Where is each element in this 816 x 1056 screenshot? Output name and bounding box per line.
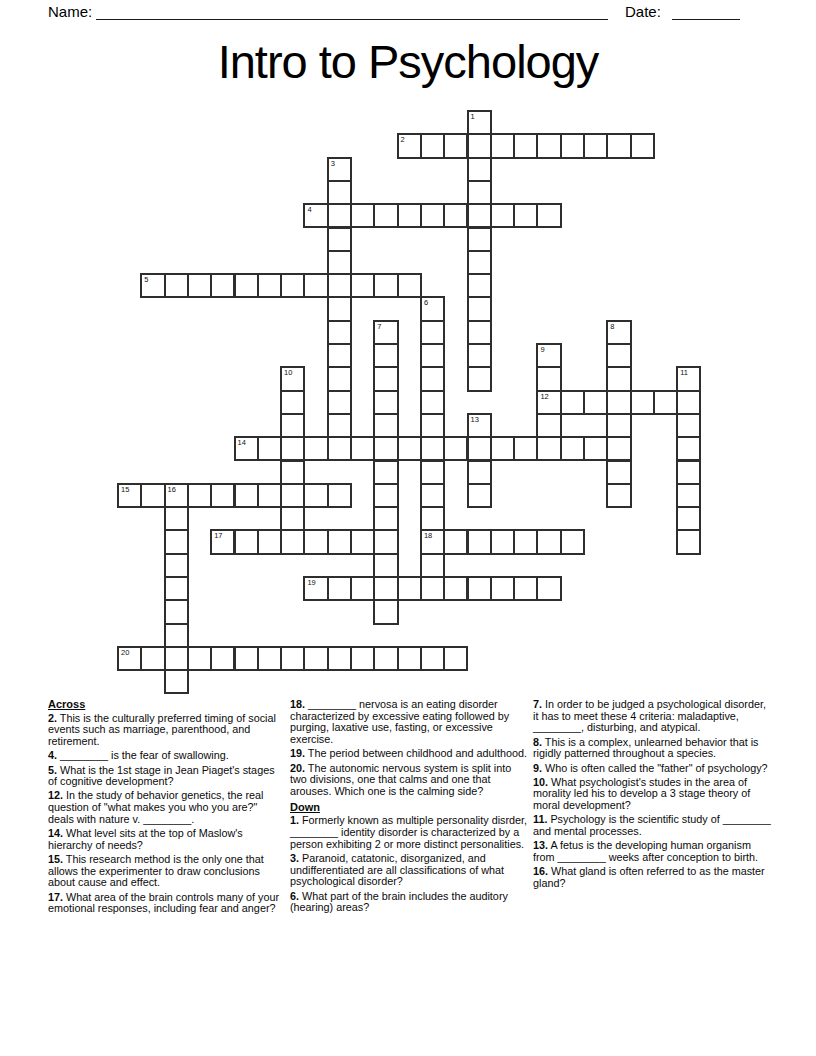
grid-cell-r20c12[interactable] bbox=[397, 576, 422, 601]
grid-cell-r13c11[interactable] bbox=[373, 413, 398, 438]
grid-cell-r18c19[interactable] bbox=[560, 529, 585, 554]
grid-cell-r6c15[interactable] bbox=[467, 250, 492, 275]
grid-cell-r20c17[interactable] bbox=[513, 576, 538, 601]
grid-cell-r20c15[interactable] bbox=[467, 576, 492, 601]
grid-cell-r18c11[interactable] bbox=[373, 529, 398, 554]
grid-cell-r11c21[interactable] bbox=[606, 366, 631, 391]
grid-cell-r18c2[interactable] bbox=[164, 529, 189, 554]
grid-cell-r23c4[interactable] bbox=[210, 646, 235, 671]
clue-down-9: 9. Who is often called the "father" of p… bbox=[533, 763, 771, 775]
grid-cell-r5c9[interactable] bbox=[327, 227, 352, 252]
grid-cell-r9c15[interactable] bbox=[467, 320, 492, 345]
cell-number-16: 16 bbox=[168, 485, 176, 494]
cell-number-18: 18 bbox=[424, 531, 432, 540]
clue-across-5: 5. What is the 1st stage in Jean Piaget'… bbox=[48, 765, 286, 788]
grid-cell-r15c21[interactable] bbox=[606, 460, 631, 485]
grid-cell-r14c10[interactable] bbox=[350, 436, 375, 461]
clue-across-12: 12. In the study of behavior genetics, t… bbox=[48, 790, 286, 825]
grid-cell-r18c5[interactable] bbox=[234, 529, 259, 554]
grid-cell-r18c10[interactable] bbox=[350, 529, 375, 554]
grid-cell-r17c7[interactable] bbox=[280, 506, 305, 531]
grid-cell-r10c21[interactable] bbox=[606, 343, 631, 368]
across-header: Across bbox=[48, 699, 286, 711]
grid-cell-r18c4[interactable]: 17 bbox=[210, 529, 235, 554]
date-blank-line[interactable] bbox=[672, 2, 740, 20]
cell-number-1: 1 bbox=[471, 112, 475, 121]
grid-cell-r13c13[interactable] bbox=[420, 413, 445, 438]
clue-across-19: 19. The period between childhood and adu… bbox=[290, 748, 528, 760]
grid-cell-r14c6[interactable] bbox=[257, 436, 282, 461]
grid-cell-r9c9[interactable] bbox=[327, 320, 352, 345]
grid-cell-r23c5[interactable] bbox=[234, 646, 259, 671]
grid-cell-r7c15[interactable] bbox=[467, 273, 492, 298]
grid-cell-r17c11[interactable] bbox=[373, 506, 398, 531]
grid-cell-r18c6[interactable] bbox=[257, 529, 282, 554]
grid-cell-r24c2[interactable] bbox=[164, 669, 189, 694]
date-label: Date: bbox=[625, 3, 661, 20]
clue-down-11: 11. Psychology is the scientific study o… bbox=[533, 814, 771, 837]
grid-cell-r23c9[interactable] bbox=[327, 646, 352, 671]
grid-cell-r19c2[interactable] bbox=[164, 553, 189, 578]
grid-cell-r4c8[interactable]: 4 bbox=[303, 203, 328, 228]
grid-cell-r23c1[interactable] bbox=[140, 646, 165, 671]
cell-number-19: 19 bbox=[307, 578, 315, 587]
grid-cell-r2c9[interactable]: 3 bbox=[327, 157, 352, 182]
clue-across-2: 2. This is the culturally preferred timi… bbox=[48, 713, 286, 748]
across-clues-part1: 2. This is the culturally preferred timi… bbox=[48, 713, 286, 915]
grid-cell-r1c16[interactable] bbox=[490, 133, 515, 158]
grid-cell-r15c13[interactable] bbox=[420, 460, 445, 485]
cell-number-6: 6 bbox=[424, 298, 428, 307]
grid-cell-r17c2[interactable] bbox=[164, 506, 189, 531]
grid-cell-r20c9[interactable] bbox=[327, 576, 352, 601]
grid-cell-r9c21[interactable]: 8 bbox=[606, 320, 631, 345]
grid-cell-r12c18[interactable]: 12 bbox=[536, 390, 561, 415]
grid-cell-r15c11[interactable] bbox=[373, 460, 398, 485]
page-title: Intro to Psychology bbox=[0, 34, 816, 89]
cell-number-4: 4 bbox=[307, 205, 311, 214]
grid-cell-r16c5[interactable] bbox=[234, 483, 259, 508]
grid-cell-r1c21[interactable] bbox=[606, 133, 631, 158]
grid-cell-r23c10[interactable] bbox=[350, 646, 375, 671]
clue-down-13: 13. A fetus is the developing human orga… bbox=[533, 840, 771, 863]
grid-cell-r23c6[interactable] bbox=[257, 646, 282, 671]
grid-cell-r16c7[interactable] bbox=[280, 483, 305, 508]
clue-across-20: 20. The autonomic nervous system is spli… bbox=[290, 763, 528, 798]
grid-cell-r4c9[interactable] bbox=[327, 203, 352, 228]
grid-cell-r23c11[interactable] bbox=[373, 646, 398, 671]
grid-cell-r10c15[interactable] bbox=[467, 343, 492, 368]
grid-cell-r8c13[interactable]: 6 bbox=[420, 296, 445, 321]
grid-cell-r16c21[interactable] bbox=[606, 483, 631, 508]
grid-cell-r8c15[interactable] bbox=[467, 296, 492, 321]
grid-cell-r11c15[interactable] bbox=[467, 366, 492, 391]
grid-cell-r14c18[interactable] bbox=[536, 436, 561, 461]
grid-cell-r14c17[interactable] bbox=[513, 436, 538, 461]
clue-across-14: 14. What level sits at the top of Maslow… bbox=[48, 828, 286, 851]
grid-cell-r23c13[interactable] bbox=[420, 646, 445, 671]
grid-cell-r1c13[interactable] bbox=[420, 133, 445, 158]
grid-cell-r7c3[interactable] bbox=[187, 273, 212, 298]
grid-cell-r10c13[interactable] bbox=[420, 343, 445, 368]
grid-cell-r4c12[interactable] bbox=[397, 203, 422, 228]
clue-down-7: 7. In order to be judged a psychological… bbox=[533, 699, 771, 734]
grid-cell-r12c13[interactable] bbox=[420, 390, 445, 415]
grid-cell-r12c20[interactable] bbox=[583, 390, 608, 415]
grid-cell-r9c13[interactable] bbox=[420, 320, 445, 345]
grid-cell-r17c13[interactable] bbox=[420, 506, 445, 531]
grid-cell-r15c15[interactable] bbox=[467, 460, 492, 485]
clue-across-4: 4. ________ is the fear of swallowing. bbox=[48, 750, 286, 762]
grid-cell-r18c16[interactable] bbox=[490, 529, 515, 554]
cell-number-8: 8 bbox=[610, 322, 614, 331]
cell-number-5: 5 bbox=[144, 275, 148, 284]
clue-down-8: 8. This is a complex, unlearned behavior… bbox=[533, 737, 771, 760]
grid-cell-r23c12[interactable] bbox=[397, 646, 422, 671]
grid-cell-r22c2[interactable] bbox=[164, 623, 189, 648]
grid-cell-r7c11[interactable] bbox=[373, 273, 398, 298]
grid-cell-r20c10[interactable] bbox=[350, 576, 375, 601]
grid-cell-r16c24[interactable] bbox=[676, 483, 701, 508]
grid-cell-r16c9[interactable] bbox=[327, 483, 352, 508]
grid-cell-r20c18[interactable] bbox=[536, 576, 561, 601]
grid-cell-r18c7[interactable] bbox=[280, 529, 305, 554]
grid-cell-r14c12[interactable] bbox=[397, 436, 422, 461]
grid-cell-r14c21[interactable] bbox=[606, 436, 631, 461]
grid-cell-r11c7[interactable]: 10 bbox=[280, 366, 305, 391]
grid-cell-r16c13[interactable] bbox=[420, 483, 445, 508]
grid-cell-r16c4[interactable] bbox=[210, 483, 235, 508]
grid-cell-r23c2[interactable] bbox=[164, 646, 189, 671]
cell-number-14: 14 bbox=[238, 438, 246, 447]
grid-cell-r7c5[interactable] bbox=[234, 273, 259, 298]
grid-cell-r7c10[interactable] bbox=[350, 273, 375, 298]
down-header: Down bbox=[290, 802, 528, 814]
grid-cell-r9c11[interactable]: 7 bbox=[373, 320, 398, 345]
grid-cell-r16c8[interactable] bbox=[303, 483, 328, 508]
grid-cell-r10c9[interactable] bbox=[327, 343, 352, 368]
grid-cell-r4c10[interactable] bbox=[350, 203, 375, 228]
grid-cell-r11c18[interactable] bbox=[536, 366, 561, 391]
across-clues-part2: 18. ________ nervosa is an eating disord… bbox=[290, 699, 528, 798]
grid-cell-r16c0[interactable]: 15 bbox=[117, 483, 142, 508]
clue-across-17: 17. What area of the brain controls many… bbox=[48, 892, 286, 915]
grid-cell-r11c13[interactable] bbox=[420, 366, 445, 391]
grid-cell-r14c16[interactable] bbox=[490, 436, 515, 461]
grid-cell-r16c6[interactable] bbox=[257, 483, 282, 508]
grid-cell-r1c17[interactable] bbox=[513, 133, 538, 158]
grid-cell-r16c15[interactable] bbox=[467, 483, 492, 508]
grid-cell-r18c14[interactable] bbox=[443, 529, 468, 554]
grid-cell-r20c14[interactable] bbox=[443, 576, 468, 601]
cell-number-11: 11 bbox=[680, 368, 688, 377]
grid-cell-r21c2[interactable] bbox=[164, 599, 189, 624]
grid-cell-r7c12[interactable] bbox=[397, 273, 422, 298]
grid-cell-r4c11[interactable] bbox=[373, 203, 398, 228]
grid-cell-r1c14[interactable] bbox=[443, 133, 468, 158]
grid-cell-r14c20[interactable] bbox=[583, 436, 608, 461]
grid-cell-r23c0[interactable]: 20 bbox=[117, 646, 142, 671]
down-clues-part1: 1. Formerly known as multiple personalit… bbox=[290, 815, 528, 914]
cell-number-17: 17 bbox=[214, 531, 222, 540]
grid-cell-r18c17[interactable] bbox=[513, 529, 538, 554]
cell-number-20: 20 bbox=[121, 648, 129, 657]
grid-cell-r14c19[interactable] bbox=[560, 436, 585, 461]
grid-cell-r11c24[interactable]: 11 bbox=[676, 366, 701, 391]
grid-cell-r14c11[interactable] bbox=[373, 436, 398, 461]
grid-cell-r21c11[interactable] bbox=[373, 599, 398, 624]
cell-number-10: 10 bbox=[284, 368, 292, 377]
grid-cell-r14c9[interactable] bbox=[327, 436, 352, 461]
clue-down-10: 10. What psychologist's studes in the ar… bbox=[533, 777, 771, 812]
grid-cell-r3c9[interactable] bbox=[327, 180, 352, 205]
grid-cell-r1c20[interactable] bbox=[583, 133, 608, 158]
grid-cell-r12c22[interactable] bbox=[630, 390, 655, 415]
grid-cell-r14c8[interactable] bbox=[303, 436, 328, 461]
grid-cell-r23c14[interactable] bbox=[443, 646, 468, 671]
grid-cell-r16c3[interactable] bbox=[187, 483, 212, 508]
grid-cell-r10c11[interactable] bbox=[373, 343, 398, 368]
grid-cell-r16c2[interactable]: 16 bbox=[164, 483, 189, 508]
grid-cell-r13c9[interactable] bbox=[327, 413, 352, 438]
clue-down-1: 1. Formerly known as multiple personalit… bbox=[290, 815, 528, 850]
clues-column-1: Across 2. This is the culturally preferr… bbox=[48, 699, 286, 917]
grid-cell-r10c18[interactable]: 9 bbox=[536, 343, 561, 368]
grid-cell-r7c2[interactable] bbox=[164, 273, 189, 298]
grid-cell-r12c23[interactable] bbox=[653, 390, 678, 415]
grid-cell-r1c15[interactable] bbox=[467, 133, 492, 158]
grid-cell-r1c19[interactable] bbox=[560, 133, 585, 158]
clue-down-16: 16. What gland is often referred to as t… bbox=[533, 866, 771, 889]
worksheet-page: Name: Date: Intro to Psychology 12345678… bbox=[0, 0, 816, 1056]
grid-cell-r4c13[interactable] bbox=[420, 203, 445, 228]
grid-cell-r7c4[interactable] bbox=[210, 273, 235, 298]
grid-cell-r18c8[interactable] bbox=[303, 529, 328, 554]
grid-cell-r14c13[interactable] bbox=[420, 436, 445, 461]
grid-cell-r7c9[interactable] bbox=[327, 273, 352, 298]
cell-number-9: 9 bbox=[540, 345, 544, 354]
name-blank-line[interactable] bbox=[96, 2, 608, 20]
cell-number-7: 7 bbox=[377, 322, 381, 331]
clues-column-2: 18. ________ nervosa is an eating disord… bbox=[290, 699, 528, 916]
grid-cell-r18c24[interactable] bbox=[676, 529, 701, 554]
grid-cell-r20c11[interactable] bbox=[373, 576, 398, 601]
grid-cell-r12c7[interactable] bbox=[280, 390, 305, 415]
grid-cell-r12c9[interactable] bbox=[327, 390, 352, 415]
grid-cell-r13c24[interactable] bbox=[676, 413, 701, 438]
grid-cell-r11c11[interactable] bbox=[373, 366, 398, 391]
grid-cell-r13c21[interactable] bbox=[606, 413, 631, 438]
grid-cell-r7c8[interactable] bbox=[303, 273, 328, 298]
grid-cell-r20c13[interactable] bbox=[420, 576, 445, 601]
grid-cell-r7c1[interactable]: 5 bbox=[140, 273, 165, 298]
cell-number-15: 15 bbox=[121, 485, 129, 494]
grid-cell-r5c15[interactable] bbox=[467, 227, 492, 252]
grid-cell-r18c9[interactable] bbox=[327, 529, 352, 554]
grid-cell-r13c7[interactable] bbox=[280, 413, 305, 438]
grid-cell-r18c15[interactable] bbox=[467, 529, 492, 554]
grid-cell-r12c21[interactable] bbox=[606, 390, 631, 415]
grid-cell-r4c16[interactable] bbox=[490, 203, 515, 228]
grid-cell-r4c18[interactable] bbox=[536, 203, 561, 228]
grid-cell-r0c15[interactable]: 1 bbox=[467, 110, 492, 135]
grid-cell-r12c24[interactable] bbox=[676, 390, 701, 415]
grid-cell-r20c8[interactable]: 19 bbox=[303, 576, 328, 601]
down-clues-part2: 7. In order to be judged a psychological… bbox=[533, 699, 771, 890]
grid-cell-r14c15[interactable] bbox=[467, 436, 492, 461]
grid-cell-r14c24[interactable] bbox=[676, 436, 701, 461]
grid-cell-r14c5[interactable]: 14 bbox=[234, 436, 259, 461]
clue-down-3: 3. Paranoid, catatonic, disorganized, an… bbox=[290, 853, 528, 888]
grid-cell-r7c6[interactable] bbox=[257, 273, 282, 298]
grid-cell-r2c15[interactable] bbox=[467, 157, 492, 182]
cell-number-3: 3 bbox=[331, 159, 335, 168]
grid-cell-r20c2[interactable] bbox=[164, 576, 189, 601]
cell-number-12: 12 bbox=[540, 392, 548, 401]
grid-cell-r3c15[interactable] bbox=[467, 180, 492, 205]
grid-cell-r8c9[interactable] bbox=[327, 296, 352, 321]
grid-cell-r12c19[interactable] bbox=[560, 390, 585, 415]
grid-cell-r18c13[interactable]: 18 bbox=[420, 529, 445, 554]
grid-cell-r4c15[interactable] bbox=[467, 203, 492, 228]
grid-cell-r14c7[interactable] bbox=[280, 436, 305, 461]
grid-cell-r13c18[interactable] bbox=[536, 413, 561, 438]
grid-cell-r4c17[interactable] bbox=[513, 203, 538, 228]
grid-cell-r18c18[interactable] bbox=[536, 529, 561, 554]
grid-cell-r12c11[interactable] bbox=[373, 390, 398, 415]
grid-cell-r23c7[interactable] bbox=[280, 646, 305, 671]
clue-across-18: 18. ________ nervosa is an eating disord… bbox=[290, 699, 528, 746]
grid-cell-r19c11[interactable] bbox=[373, 553, 398, 578]
cell-number-13: 13 bbox=[471, 415, 479, 424]
cell-number-2: 2 bbox=[401, 135, 405, 144]
grid-cell-r16c11[interactable] bbox=[373, 483, 398, 508]
grid-cell-r15c24[interactable] bbox=[676, 460, 701, 485]
grid-cell-r17c24[interactable] bbox=[676, 506, 701, 531]
grid-cell-r23c8[interactable] bbox=[303, 646, 328, 671]
grid-cell-r16c1[interactable] bbox=[140, 483, 165, 508]
grid-cell-r15c7[interactable] bbox=[280, 460, 305, 485]
grid-cell-r1c18[interactable] bbox=[536, 133, 561, 158]
name-label: Name: bbox=[48, 3, 92, 20]
grid-cell-r20c16[interactable] bbox=[490, 576, 515, 601]
grid-cell-r13c15[interactable]: 13 bbox=[467, 413, 492, 438]
clues-column-3: 7. In order to be judged a psychological… bbox=[533, 699, 771, 892]
grid-cell-r1c12[interactable]: 2 bbox=[397, 133, 422, 158]
grid-cell-r11c9[interactable] bbox=[327, 366, 352, 391]
grid-cell-r1c22[interactable] bbox=[630, 133, 655, 158]
grid-cell-r19c13[interactable] bbox=[420, 553, 445, 578]
clue-across-15: 15. This research method is the only one… bbox=[48, 854, 286, 889]
grid-cell-r7c7[interactable] bbox=[280, 273, 305, 298]
grid-cell-r23c3[interactable] bbox=[187, 646, 212, 671]
grid-cell-r14c14[interactable] bbox=[443, 436, 468, 461]
grid-cell-r4c14[interactable] bbox=[443, 203, 468, 228]
clue-down-6: 6. What part of the brain includes the a… bbox=[290, 891, 528, 914]
grid-cell-r6c9[interactable] bbox=[327, 250, 352, 275]
